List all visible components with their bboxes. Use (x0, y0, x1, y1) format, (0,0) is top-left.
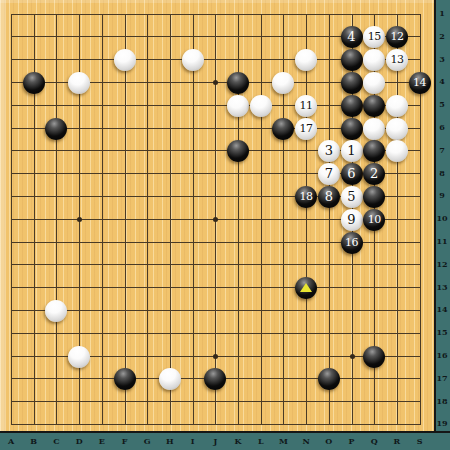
stone-black-K4[interactable] (227, 72, 249, 94)
stone-black-Q5[interactable] (363, 95, 385, 117)
column-label-C: C (50, 437, 62, 446)
stone-black-P2[interactable]: 4 (341, 26, 363, 48)
stone-black-Q8[interactable]: 2 (363, 163, 385, 185)
grid-horizontal-line (11, 333, 421, 334)
row-label-6: 6 (436, 123, 448, 132)
stone-black-M6[interactable] (272, 118, 294, 140)
row-label-10: 10 (436, 214, 448, 223)
move-number-13: 13 (386, 49, 408, 71)
move-number-2: 2 (363, 163, 385, 185)
grid-horizontal-line (11, 287, 421, 288)
stone-white-O7[interactable]: 3 (318, 140, 340, 162)
move-number-5: 5 (341, 186, 363, 208)
stone-black-S4[interactable]: 14 (409, 72, 431, 94)
row-label-15: 15 (436, 328, 448, 337)
stone-black-O17[interactable] (318, 368, 340, 390)
stone-white-D4[interactable] (68, 72, 90, 94)
star-point-J16 (213, 354, 218, 359)
stone-white-L5[interactable] (250, 95, 272, 117)
stone-white-D16[interactable] (68, 346, 90, 368)
stone-black-R2[interactable]: 12 (386, 26, 408, 48)
triangle-marker-icon (300, 283, 312, 292)
move-number-11: 11 (295, 95, 317, 117)
row-label-11: 11 (436, 237, 448, 246)
go-board[interactable]: 415121314111731762188591016 123456789101… (0, 0, 450, 450)
column-label-L: L (255, 437, 267, 446)
stone-white-P7[interactable]: 1 (341, 140, 363, 162)
column-label-F: F (119, 437, 131, 446)
stone-black-P5[interactable] (341, 95, 363, 117)
row-label-4: 4 (436, 77, 448, 86)
column-label-G: G (141, 437, 153, 446)
column-label-K: K (232, 437, 244, 446)
stone-black-P6[interactable] (341, 118, 363, 140)
stone-black-P3[interactable] (341, 49, 363, 71)
row-label-5: 5 (436, 100, 448, 109)
grid-horizontal-line (11, 310, 421, 311)
row-label-2: 2 (436, 32, 448, 41)
stone-black-B4[interactable] (23, 72, 45, 94)
stone-white-Q2[interactable]: 15 (363, 26, 385, 48)
move-number-18: 18 (295, 186, 317, 208)
row-label-12: 12 (436, 260, 448, 269)
move-number-7: 7 (318, 163, 340, 185)
stone-white-I3[interactable] (182, 49, 204, 71)
row-label-14: 14 (436, 305, 448, 314)
stone-white-R3[interactable]: 13 (386, 49, 408, 71)
stone-white-K5[interactable] (227, 95, 249, 117)
row-label-16: 16 (436, 351, 448, 360)
move-number-12: 12 (386, 26, 408, 48)
move-number-6: 6 (341, 163, 363, 185)
move-number-10: 10 (363, 209, 385, 231)
move-number-15: 15 (363, 26, 385, 48)
row-coordinates-band: 12345678910111213141516171819 (434, 0, 450, 450)
column-label-N: N (300, 437, 312, 446)
grid-horizontal-line (11, 264, 421, 265)
stone-white-R6[interactable] (386, 118, 408, 140)
column-label-M: M (277, 437, 289, 446)
move-number-4: 4 (341, 26, 363, 48)
move-number-3: 3 (318, 140, 340, 162)
stone-white-F3[interactable] (114, 49, 136, 71)
star-point-P16 (350, 354, 355, 359)
stone-white-N5[interactable]: 11 (295, 95, 317, 117)
column-label-E: E (96, 437, 108, 446)
grid-horizontal-line (11, 401, 421, 402)
stone-white-P9[interactable]: 5 (341, 186, 363, 208)
stone-white-P10[interactable]: 9 (341, 209, 363, 231)
board-edge-highlight-top (0, 0, 450, 3)
row-label-18: 18 (436, 397, 448, 406)
column-label-O: O (323, 437, 335, 446)
move-number-17: 17 (295, 118, 317, 140)
stone-black-P4[interactable] (341, 72, 363, 94)
move-number-16: 16 (341, 232, 363, 254)
column-label-J: J (209, 437, 221, 446)
column-label-P: P (346, 437, 358, 446)
column-label-H: H (164, 437, 176, 446)
stone-black-F17[interactable] (114, 368, 136, 390)
column-label-Q: Q (368, 437, 380, 446)
column-label-D: D (73, 437, 85, 446)
star-point-D10 (77, 217, 82, 222)
column-label-A: A (5, 437, 17, 446)
grid-horizontal-line (11, 424, 421, 425)
stone-white-O8[interactable]: 7 (318, 163, 340, 185)
board-edge-highlight (0, 0, 6, 450)
column-label-B: B (28, 437, 40, 446)
stone-white-R5[interactable] (386, 95, 408, 117)
row-label-1: 1 (436, 9, 448, 18)
stone-black-Q10[interactable]: 10 (363, 209, 385, 231)
grid-horizontal-line (11, 14, 421, 15)
column-label-I: I (187, 437, 199, 446)
row-label-3: 3 (436, 55, 448, 64)
move-number-9: 9 (341, 209, 363, 231)
stone-black-O9[interactable]: 8 (318, 186, 340, 208)
row-label-19: 19 (436, 419, 448, 428)
column-coordinates-band: ABCDEFGHIJKLMNOPQRS (0, 431, 450, 450)
column-label-S: S (414, 437, 426, 446)
stone-white-Q6[interactable] (363, 118, 385, 140)
stone-black-Q16[interactable] (363, 346, 385, 368)
row-label-9: 9 (436, 191, 448, 200)
row-label-17: 17 (436, 374, 448, 383)
move-number-14: 14 (409, 72, 431, 94)
stone-white-N6[interactable]: 17 (295, 118, 317, 140)
row-label-7: 7 (436, 146, 448, 155)
column-label-R: R (391, 437, 403, 446)
stone-black-P8[interactable]: 6 (341, 163, 363, 185)
stone-black-P11[interactable]: 16 (341, 232, 363, 254)
move-number-8: 8 (318, 186, 340, 208)
stone-black-N9[interactable]: 18 (295, 186, 317, 208)
row-label-8: 8 (436, 169, 448, 178)
stone-black-C6[interactable] (45, 118, 67, 140)
stone-white-Q4[interactable] (363, 72, 385, 94)
move-number-1: 1 (341, 140, 363, 162)
row-label-13: 13 (436, 283, 448, 292)
stone-black-Q9[interactable] (363, 186, 385, 208)
